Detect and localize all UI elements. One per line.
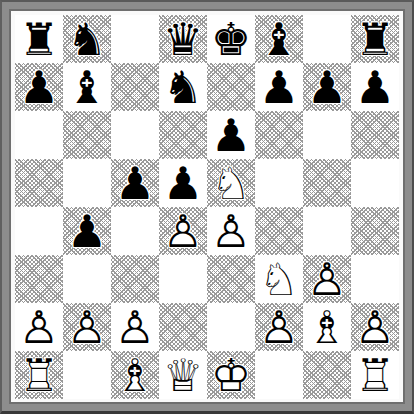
white-knight: ♞♘ <box>255 255 303 303</box>
square-b1 <box>63 351 111 399</box>
black-pawn: ♟♟ <box>159 159 207 207</box>
white-knight: ♞♘ <box>207 159 255 207</box>
square-a3 <box>15 255 63 303</box>
square-d7: ♞♞ <box>159 63 207 111</box>
square-e7 <box>207 63 255 111</box>
square-c3 <box>111 255 159 303</box>
black-knight: ♞♞ <box>159 63 207 111</box>
square-h1: ♜♖ <box>351 351 399 399</box>
square-e5: ♞♘ <box>207 159 255 207</box>
board-frame: ♜♜♞♞♛♛♚♚♝♝♜♜♟♟♝♝♞♞♟♟♟♟♟♟♟♟♟♟♟♟♞♘♟♟♟♙♟♙♞♘… <box>9 9 405 404</box>
chess-diagram: ♜♜♞♞♛♛♚♚♝♝♜♜♟♟♝♝♞♞♟♟♟♟♟♟♟♟♟♟♟♟♞♘♟♟♟♙♟♙♞♘… <box>0 0 414 414</box>
square-e6: ♟♟ <box>207 111 255 159</box>
black-bishop: ♝♝ <box>63 63 111 111</box>
white-pawn: ♟♙ <box>303 255 351 303</box>
square-a6 <box>15 111 63 159</box>
square-a2: ♟♙ <box>15 303 63 351</box>
square-b5 <box>63 159 111 207</box>
black-queen: ♛♛ <box>159 15 207 63</box>
square-f4 <box>255 207 303 255</box>
square-a8: ♜♜ <box>15 15 63 63</box>
white-pawn: ♟♙ <box>15 303 63 351</box>
white-pawn: ♟♙ <box>255 303 303 351</box>
square-f6 <box>255 111 303 159</box>
square-f7: ♟♟ <box>255 63 303 111</box>
square-c7 <box>111 63 159 111</box>
square-g3: ♟♙ <box>303 255 351 303</box>
black-pawn: ♟♟ <box>207 111 255 159</box>
square-h7: ♟♟ <box>351 63 399 111</box>
square-d1: ♛♕ <box>159 351 207 399</box>
square-d2 <box>159 303 207 351</box>
black-knight: ♞♞ <box>63 15 111 63</box>
square-b6 <box>63 111 111 159</box>
square-c2: ♟♙ <box>111 303 159 351</box>
square-g1 <box>303 351 351 399</box>
square-d6 <box>159 111 207 159</box>
black-rook: ♜♜ <box>15 15 63 63</box>
square-a4 <box>15 207 63 255</box>
square-h8: ♜♜ <box>351 15 399 63</box>
square-c5: ♟♟ <box>111 159 159 207</box>
square-h5 <box>351 159 399 207</box>
square-c8 <box>111 15 159 63</box>
white-queen: ♛♕ <box>159 351 207 399</box>
white-pawn: ♟♙ <box>111 303 159 351</box>
white-bishop: ♝♗ <box>303 303 351 351</box>
black-king: ♚♚ <box>207 15 255 63</box>
square-d3 <box>159 255 207 303</box>
white-rook: ♜♖ <box>15 351 63 399</box>
black-pawn: ♟♟ <box>255 63 303 111</box>
square-g5 <box>303 159 351 207</box>
square-h3 <box>351 255 399 303</box>
square-h6 <box>351 111 399 159</box>
square-b8: ♞♞ <box>63 15 111 63</box>
black-pawn: ♟♟ <box>15 63 63 111</box>
square-e4: ♟♙ <box>207 207 255 255</box>
white-king: ♚♔ <box>207 351 255 399</box>
square-g6 <box>303 111 351 159</box>
square-f1 <box>255 351 303 399</box>
black-pawn: ♟♟ <box>63 207 111 255</box>
square-d5: ♟♟ <box>159 159 207 207</box>
square-d8: ♛♛ <box>159 15 207 63</box>
square-a1: ♜♖ <box>15 351 63 399</box>
black-rook: ♜♜ <box>351 15 399 63</box>
square-f3: ♞♘ <box>255 255 303 303</box>
black-bishop: ♝♝ <box>255 15 303 63</box>
square-b4: ♟♟ <box>63 207 111 255</box>
square-f8: ♝♝ <box>255 15 303 63</box>
square-c4 <box>111 207 159 255</box>
square-e8: ♚♚ <box>207 15 255 63</box>
white-rook: ♜♖ <box>351 351 399 399</box>
square-a5 <box>15 159 63 207</box>
square-e2 <box>207 303 255 351</box>
white-pawn: ♟♙ <box>63 303 111 351</box>
square-g4 <box>303 207 351 255</box>
white-pawn: ♟♙ <box>207 207 255 255</box>
square-h2: ♟♙ <box>351 303 399 351</box>
square-b7: ♝♝ <box>63 63 111 111</box>
white-pawn: ♟♙ <box>159 207 207 255</box>
square-a7: ♟♟ <box>15 63 63 111</box>
square-h4 <box>351 207 399 255</box>
chess-board: ♜♜♞♞♛♛♚♚♝♝♜♜♟♟♝♝♞♞♟♟♟♟♟♟♟♟♟♟♟♟♞♘♟♟♟♙♟♙♞♘… <box>15 15 399 399</box>
square-e3 <box>207 255 255 303</box>
square-b3 <box>63 255 111 303</box>
white-bishop: ♝♗ <box>111 351 159 399</box>
black-pawn: ♟♟ <box>351 63 399 111</box>
square-e1: ♚♔ <box>207 351 255 399</box>
square-f2: ♟♙ <box>255 303 303 351</box>
square-d4: ♟♙ <box>159 207 207 255</box>
square-b2: ♟♙ <box>63 303 111 351</box>
square-g7: ♟♟ <box>303 63 351 111</box>
white-pawn: ♟♙ <box>351 303 399 351</box>
black-pawn: ♟♟ <box>111 159 159 207</box>
black-pawn: ♟♟ <box>303 63 351 111</box>
square-g8 <box>303 15 351 63</box>
square-c6 <box>111 111 159 159</box>
square-c1: ♝♗ <box>111 351 159 399</box>
square-f5 <box>255 159 303 207</box>
square-g2: ♝♗ <box>303 303 351 351</box>
